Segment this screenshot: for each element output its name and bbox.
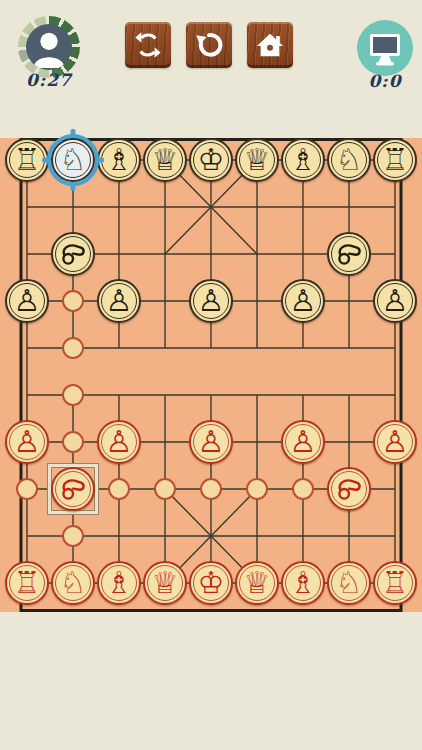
piece-red-pawn[interactable]: ♙: [281, 420, 325, 464]
piece-black-elephant[interactable]: ♗: [281, 138, 325, 182]
restart-button[interactable]: [186, 22, 232, 68]
computer-avatar: [357, 20, 413, 76]
piece-red-king[interactable]: ♔: [189, 561, 233, 605]
pawn-glyph: ♙: [382, 427, 409, 457]
piece-black-pawn[interactable]: ♙: [373, 279, 417, 323]
move-hint-dot[interactable]: [62, 290, 84, 312]
move-hint-dot[interactable]: [62, 337, 84, 359]
piece-red-rook[interactable]: ♖: [5, 561, 49, 605]
piece-red-rook[interactable]: ♖: [373, 561, 417, 605]
computer-clock: 0:0: [345, 71, 422, 91]
cannon-glyph: [333, 238, 365, 270]
swap-arrows-icon: [133, 30, 163, 60]
piece-black-king[interactable]: ♔: [189, 138, 233, 182]
xiangqi-app: 0:27: [0, 0, 422, 750]
cannon-glyph: [57, 473, 89, 505]
cannon-glyph: [57, 238, 89, 270]
undo-icon: [194, 30, 224, 60]
piece-red-pawn[interactable]: ♙: [189, 420, 233, 464]
move-hint-dot[interactable]: [108, 478, 130, 500]
piece-black-advisor[interactable]: ♕: [143, 138, 187, 182]
move-hint-dot[interactable]: [154, 478, 176, 500]
piece-red-knight[interactable]: ♘: [327, 561, 371, 605]
piece-red-cannon[interactable]: [51, 467, 95, 511]
pawn-glyph: ♙: [198, 427, 225, 457]
piece-black-knight[interactable]: ♘: [51, 138, 95, 182]
toolbar: [125, 22, 293, 68]
person-icon: [26, 24, 72, 70]
pawn-glyph: ♙: [290, 286, 317, 316]
rook-glyph: ♖: [14, 145, 41, 175]
rook-glyph: ♖: [14, 568, 41, 598]
pawn-glyph: ♙: [106, 427, 133, 457]
elephant-glyph: ♗: [290, 145, 317, 175]
piece-black-rook[interactable]: ♖: [5, 138, 49, 182]
advisor-glyph: ♕: [244, 145, 271, 175]
move-hint-dot[interactable]: [62, 525, 84, 547]
move-hint-dot[interactable]: [200, 478, 222, 500]
piece-black-advisor[interactable]: ♕: [235, 138, 279, 182]
piece-black-pawn[interactable]: ♙: [97, 279, 141, 323]
piece-black-elephant[interactable]: ♗: [97, 138, 141, 182]
move-hint-dot[interactable]: [16, 478, 38, 500]
pawn-glyph: ♙: [290, 427, 317, 457]
piece-red-elephant[interactable]: ♗: [281, 561, 325, 605]
pawn-glyph: ♙: [14, 427, 41, 457]
piece-red-advisor[interactable]: ♕: [143, 561, 187, 605]
piece-red-knight[interactable]: ♘: [51, 561, 95, 605]
swap-sides-button[interactable]: [125, 22, 171, 68]
rook-glyph: ♖: [382, 568, 409, 598]
piece-black-pawn[interactable]: ♙: [189, 279, 233, 323]
piece-red-pawn[interactable]: ♙: [5, 420, 49, 464]
knight-glyph: ♘: [60, 568, 87, 598]
rook-glyph: ♖: [382, 145, 409, 175]
monitor-icon: [357, 20, 413, 76]
piece-black-knight[interactable]: ♘: [327, 138, 371, 182]
piece-black-pawn[interactable]: ♙: [5, 279, 49, 323]
king-glyph: ♔: [198, 568, 225, 598]
elephant-glyph: ♗: [290, 568, 317, 598]
move-hint-dot[interactable]: [62, 384, 84, 406]
piece-red-advisor[interactable]: ♕: [235, 561, 279, 605]
player-avatar: [26, 24, 72, 70]
piece-black-pawn[interactable]: ♙: [281, 279, 325, 323]
knight-glyph: ♘: [60, 145, 87, 175]
pawn-glyph: ♙: [14, 286, 41, 316]
xiangqi-board[interactable]: ♖♘♗♕♔♕♗♘♖♙♙♙♙♙♙♙♙♙♙♖♘♗♕♔♕♗♘♖: [0, 138, 422, 612]
piece-black-cannon[interactable]: [51, 232, 95, 276]
move-hint-dot[interactable]: [62, 431, 84, 453]
move-hint-dot[interactable]: [292, 478, 314, 500]
move-hint-dot[interactable]: [246, 478, 268, 500]
pawn-glyph: ♙: [106, 286, 133, 316]
knight-glyph: ♘: [336, 568, 363, 598]
piece-red-elephant[interactable]: ♗: [97, 561, 141, 605]
home-button[interactable]: [247, 22, 293, 68]
piece-red-pawn[interactable]: ♙: [373, 420, 417, 464]
player-clock: 0:27: [9, 70, 89, 90]
advisor-glyph: ♕: [152, 568, 179, 598]
pawn-glyph: ♙: [382, 286, 409, 316]
elephant-glyph: ♗: [106, 568, 133, 598]
piece-black-cannon[interactable]: [327, 232, 371, 276]
cannon-glyph: [333, 473, 365, 505]
advisor-glyph: ♕: [152, 145, 179, 175]
top-bar: 0:27: [0, 0, 422, 138]
piece-red-pawn[interactable]: ♙: [97, 420, 141, 464]
advisor-glyph: ♕: [244, 568, 271, 598]
elephant-glyph: ♗: [106, 145, 133, 175]
knight-glyph: ♘: [336, 145, 363, 175]
king-glyph: ♔: [198, 145, 225, 175]
pawn-glyph: ♙: [198, 286, 225, 316]
piece-red-cannon[interactable]: [327, 467, 371, 511]
piece-black-rook[interactable]: ♖: [373, 138, 417, 182]
home-icon: [255, 30, 285, 60]
